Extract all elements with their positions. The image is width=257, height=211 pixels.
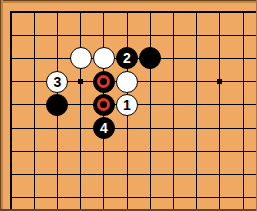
white-stone xyxy=(93,47,115,69)
white-stone-move-3: 3 xyxy=(46,71,68,93)
black-stone xyxy=(139,47,161,69)
grid-line-vertical xyxy=(80,11,81,211)
black-stone-move-2: 2 xyxy=(116,47,138,69)
black-stone-move-4: 4 xyxy=(93,117,115,139)
move-number-label: 4 xyxy=(100,121,108,135)
grid-line-vertical xyxy=(243,11,244,211)
move-number-label: 2 xyxy=(123,51,131,65)
go-diagram: 2314 xyxy=(0,0,257,211)
grid-line-vertical xyxy=(173,11,174,211)
move-number-label: 3 xyxy=(53,75,61,89)
grid-line-horizontal xyxy=(10,151,257,152)
black-stone xyxy=(93,94,115,116)
board-frame-right xyxy=(256,0,257,211)
grid-line-vertical xyxy=(196,11,197,211)
board-frame-top xyxy=(0,0,257,3)
star-point xyxy=(217,79,222,84)
red-circle-marker-icon xyxy=(97,75,110,88)
grid-line-vertical xyxy=(10,11,12,211)
white-stone xyxy=(116,71,138,93)
star-point xyxy=(78,79,83,84)
grid-line-vertical xyxy=(150,11,151,211)
grid-line-vertical xyxy=(34,11,35,211)
red-circle-marker-icon xyxy=(97,98,110,111)
board-frame-bottom xyxy=(0,209,257,211)
grid-line-horizontal xyxy=(10,11,257,13)
white-stone-move-1: 1 xyxy=(116,94,138,116)
black-stone xyxy=(46,94,68,116)
board-frame-left xyxy=(0,0,3,211)
grid-line-vertical xyxy=(219,11,220,211)
grid-line-horizontal xyxy=(10,197,257,198)
move-number-label: 1 xyxy=(123,98,131,112)
grid-line-horizontal xyxy=(10,128,257,129)
white-stone xyxy=(70,47,92,69)
black-stone xyxy=(93,71,115,93)
grid-line-horizontal xyxy=(10,174,257,175)
grid-line-horizontal xyxy=(10,35,257,36)
